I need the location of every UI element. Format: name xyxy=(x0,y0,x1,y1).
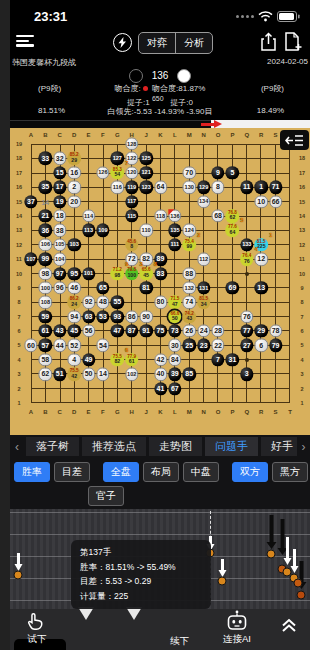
black-stone-J17: 121 xyxy=(139,166,152,179)
black-stone-O4: 7 xyxy=(211,353,224,366)
row-label: 16 xyxy=(299,184,305,190)
col-label: E xyxy=(87,409,91,415)
col-label: P xyxy=(230,409,234,415)
black-stone-N16: 129 xyxy=(197,180,210,193)
black-stone-B13: 36 xyxy=(39,224,52,237)
row-label: 14 xyxy=(16,213,22,219)
ai-suggestion-Q11[interactable]: 76.4764 xyxy=(240,252,254,266)
row-label: 4 xyxy=(300,357,303,363)
black-stone-N5: 23 xyxy=(197,339,210,352)
white-stone-B9: 100 xyxy=(39,281,52,294)
tooltip-move: 第137手 xyxy=(80,547,202,558)
ai-suggestion-D3[interactable]: 75.542 xyxy=(67,367,81,381)
col-label: G xyxy=(115,409,120,415)
white-stone-C12: 105 xyxy=(53,238,66,251)
row-label: 16 xyxy=(16,184,22,190)
black-stone-J6: 91 xyxy=(139,324,152,337)
captured-stone-number: 14 xyxy=(41,198,49,205)
col-label: P xyxy=(230,132,234,138)
white-match-rate: 吻合度:81.87% xyxy=(152,84,205,93)
row-label: 9 xyxy=(300,285,303,291)
move-dot[interactable] xyxy=(267,550,276,559)
move-dot[interactable] xyxy=(14,571,23,580)
col-label: J xyxy=(144,132,147,138)
share-icon[interactable] xyxy=(261,32,276,51)
white-stone-E8: 92 xyxy=(82,296,95,309)
black-stone-Q16: 11 xyxy=(240,180,253,193)
black-stone-J9: 81 xyxy=(139,281,152,294)
white-stone-H3: 102 xyxy=(125,368,138,381)
bottom-bar: 试下 续下 连接AI xyxy=(10,609,310,650)
filter-button[interactable]: 黑方 xyxy=(272,462,308,482)
black-stone-D6: 45 xyxy=(67,324,80,337)
black-stone-E7: 63 xyxy=(82,310,95,323)
tabs-prev-icon[interactable]: ‹ xyxy=(11,440,23,454)
col-label: K xyxy=(158,132,162,138)
loading-dot-icon xyxy=(143,86,148,91)
white-stone-A5: 60 xyxy=(24,339,37,352)
black-stone-C3: 51 xyxy=(53,368,66,381)
white-stone-F3: 14 xyxy=(96,368,109,381)
move-number: 136 xyxy=(152,70,169,81)
tooltip-score: 5.53 -> 0.29 xyxy=(106,576,152,586)
row-label: 19 xyxy=(16,141,22,147)
row-label: 10 xyxy=(16,271,22,277)
row-label: 12 xyxy=(299,242,305,248)
row-label: 5 xyxy=(17,342,20,348)
white-stone-K16: 64 xyxy=(154,180,167,193)
white-rank: (P9段) xyxy=(261,83,284,94)
tab-0[interactable]: 落子树 xyxy=(26,437,79,456)
col-label: L xyxy=(173,132,177,138)
filter-group-1: 全盘布局中盘 xyxy=(103,462,219,482)
connect-ai-button[interactable]: 连接AI xyxy=(223,610,251,646)
col-label: K xyxy=(158,409,162,415)
winrate-bar-black xyxy=(10,120,211,128)
black-stone-Q6: 77 xyxy=(240,324,253,337)
white-stone-D4: 4 xyxy=(67,353,80,366)
black-stone-L2: 67 xyxy=(168,382,181,395)
col-label: G xyxy=(115,132,120,138)
star-point xyxy=(245,358,249,362)
black-stone-K10: 83 xyxy=(154,267,167,280)
col-label: D xyxy=(72,409,76,415)
col-label: D xyxy=(72,132,76,138)
tooltip-visits: 225 xyxy=(114,591,128,601)
white-player-stone-icon xyxy=(177,69,191,83)
white-arrow-icon xyxy=(14,553,23,571)
black-stone-L3: 39 xyxy=(168,368,181,381)
black-stone-F7: 53 xyxy=(96,310,109,323)
col-label: B xyxy=(43,409,47,415)
white-stone-N15: 134 xyxy=(197,195,210,208)
ai-suggestion-P14[interactable]: 76.862 xyxy=(226,209,240,223)
row-label: 3 xyxy=(17,371,20,377)
black-stone-Q12: 133 xyxy=(240,238,253,251)
wifi-icon xyxy=(258,11,273,22)
engine-power-icon[interactable] xyxy=(113,33,132,52)
row-label: 1 xyxy=(17,400,20,406)
black-arrow-icon xyxy=(266,515,277,549)
ai-suggestion-N8[interactable]: 81.534 xyxy=(197,295,211,309)
white-arrow-icon xyxy=(218,559,227,577)
move-dot[interactable] xyxy=(294,579,303,588)
try-move-button[interactable]: 试下 xyxy=(26,610,48,646)
move-dot[interactable] xyxy=(218,577,227,586)
white-stone-S15: 66 xyxy=(269,195,282,208)
white-stone-R5: 6 xyxy=(255,339,268,352)
white-stone-G16: 116 xyxy=(111,180,124,193)
white-stone-B12: 106 xyxy=(39,238,52,251)
row-label: 3 xyxy=(300,371,303,377)
white-stone-H19: 128 xyxy=(125,137,138,150)
black-stone-M5: 25 xyxy=(183,339,196,352)
filter-button[interactable]: 中盘 xyxy=(183,462,219,482)
white-stone-E6: 56 xyxy=(82,324,95,337)
row-label: 10 xyxy=(299,271,305,277)
play-mode-button[interactable]: 对弈 xyxy=(139,33,175,53)
row-label: 6 xyxy=(17,328,20,334)
tab-2[interactable]: 走势图 xyxy=(149,437,202,456)
row-label: 2 xyxy=(300,386,303,392)
game-date: 2024-02-05 xyxy=(267,57,308,68)
clock: 23:31 xyxy=(34,9,67,24)
ai-suggestion-G4[interactable]: 75.5826 xyxy=(111,353,125,367)
ai-suggestion-H12[interactable]: 45.68 xyxy=(125,238,139,252)
black-stone-K2: 41 xyxy=(154,382,167,395)
white-stone-S6: 78 xyxy=(269,324,282,337)
col-label: S xyxy=(274,409,278,415)
row-label: 7 xyxy=(17,314,20,320)
white-stone-J7: 90 xyxy=(139,310,152,323)
board-grid[interactable]: AABBCCDDEEFFGGHHJJKKLLMMNNOOPPQQRRSSTT19… xyxy=(31,144,290,403)
col-label: Q xyxy=(244,409,249,415)
black-stone-H16: 119 xyxy=(125,180,138,193)
black-stone-H6: 87 xyxy=(125,324,138,337)
filter-button[interactable]: 胜率 xyxy=(14,462,50,482)
black-stone-O17: 9 xyxy=(211,166,224,179)
white-stone-C18: 32 xyxy=(53,152,66,165)
row-label: 8 xyxy=(300,299,303,305)
row-label: 18 xyxy=(299,155,305,161)
white-winrate: 18.49% xyxy=(257,106,284,115)
black-player-stone-icon xyxy=(129,69,143,83)
col-label: M xyxy=(187,409,192,415)
black-stone-B14: 21 xyxy=(39,209,52,222)
black-stone-Q5: 27 xyxy=(240,339,253,352)
black-stone-H15: 117 xyxy=(125,195,138,208)
row-label: 7 xyxy=(300,314,303,320)
white-stone-M13: 124 xyxy=(183,224,196,237)
row-label: 4 xyxy=(17,357,20,363)
white-stone-M10: 88 xyxy=(183,267,196,280)
continue-button[interactable]: 续下 xyxy=(170,635,189,648)
black-stone-D12: 103 xyxy=(67,238,80,251)
chevrons-up-icon xyxy=(280,616,298,634)
col-label: N xyxy=(201,409,205,415)
white-stone-K8: 80 xyxy=(154,296,167,309)
col-label: F xyxy=(101,409,105,415)
black-stone-E4: 49 xyxy=(82,353,95,366)
ai-suggestion-H4[interactable]: 77.961 xyxy=(125,353,139,367)
ai-suggestion-P13[interactable]: 77.6645 xyxy=(226,224,240,238)
black-stone-D10: 95 xyxy=(67,267,80,280)
filter-button[interactable]: 目差 xyxy=(54,462,90,482)
ai-suggestion-D8[interactable]: 86.224 xyxy=(67,295,81,309)
black-stone-B6: 61 xyxy=(39,324,52,337)
black-stone-C10: 97 xyxy=(53,267,66,280)
white-stone-M6: 26 xyxy=(183,324,196,337)
black-stone-F13: 109 xyxy=(96,224,109,237)
white-stone-R15: 10 xyxy=(255,195,268,208)
white-stone-O14: 68 xyxy=(211,209,224,222)
row-label: 13 xyxy=(299,227,305,233)
menu-icon[interactable] xyxy=(16,35,34,49)
black-stone-A11: 107 xyxy=(24,252,37,265)
black-stone-J16: 123 xyxy=(139,180,152,193)
bubble-tail-icon xyxy=(126,607,142,620)
col-label: R xyxy=(259,409,263,415)
white-stone-L14: 136 xyxy=(168,209,181,222)
ai-suggestion-L8[interactable]: 71.547 xyxy=(168,295,182,309)
ai-suggestion-H10[interactable]: 79.81003 xyxy=(125,267,139,281)
black-stone-S5: 79 xyxy=(269,339,282,352)
move-dot[interactable] xyxy=(297,591,306,600)
tabs-next-icon[interactable]: › xyxy=(297,435,310,458)
go-board: AABBCCDDEEFFGGHHJJKKLLMMNNOOPPQQRRSSTT19… xyxy=(10,128,310,435)
row-label: 11 xyxy=(16,256,22,262)
captures-row: 提子:1 650 提子:0 xyxy=(10,95,310,106)
black-stone-E13: 113 xyxy=(82,224,95,237)
col-label: O xyxy=(216,132,221,138)
row-label: 1 xyxy=(300,400,303,406)
tab-1[interactable]: 推荐选点 xyxy=(82,437,146,456)
row-label: 14 xyxy=(299,213,305,219)
black-stone-R16: 1 xyxy=(255,180,268,193)
white-stone-B4: 58 xyxy=(39,353,52,366)
white-stone-H17: 120 xyxy=(125,166,138,179)
white-stone-H7: 86 xyxy=(125,310,138,323)
row-label: 12 xyxy=(16,242,22,248)
filter-button[interactable]: 全盘 xyxy=(103,462,139,482)
toolbar: 对弈 分析 xyxy=(10,30,310,57)
winrate-bar-white xyxy=(211,120,310,128)
col-label: A xyxy=(29,132,33,138)
col-label: O xyxy=(216,409,221,415)
col-label: J xyxy=(144,409,147,415)
white-stone-M8: 74 xyxy=(183,296,196,309)
move-tooltip: 第137手 胜率：81.51% -> 55.49% 目差：5.53 -> 0.2… xyxy=(71,540,211,609)
chart-gridline xyxy=(10,512,310,513)
black-stone-J18: 125 xyxy=(139,152,152,165)
white-stone-E14: 114 xyxy=(82,209,95,222)
black-stone-B5: 57 xyxy=(39,339,52,352)
black-stone-L12: 111 xyxy=(168,238,181,251)
row-label: 17 xyxy=(299,170,305,176)
ai-suggestion-M7[interactable]: 74.243 xyxy=(182,310,196,324)
row-label: 17 xyxy=(16,170,22,176)
app-screen: 23:31 对弈 分析 韩国麦馨杯九段战 2024-02-05 xyxy=(10,0,310,650)
black-stone-B11: 99 xyxy=(39,252,52,265)
white-stone-D15: 20 xyxy=(67,195,80,208)
black-stone-L13: 135 xyxy=(168,224,181,237)
ai-suggestion-J10[interactable]: 65.6458 xyxy=(139,267,153,281)
star-point xyxy=(245,272,249,276)
ai-suggestion-D18[interactable]: 85.229 xyxy=(67,152,81,166)
white-stone-Q7: 76 xyxy=(240,310,253,323)
col-label: H xyxy=(130,409,134,415)
col-label: T xyxy=(288,409,292,415)
white-stone-L5: 30 xyxy=(168,339,181,352)
white-stone-F5: 54 xyxy=(96,339,109,352)
ai-suggestion-G17[interactable]: 85.3547 xyxy=(111,166,125,180)
white-stone-K3: 40 xyxy=(154,368,167,381)
white-stone-L4: 84 xyxy=(168,353,181,366)
ai-suggestion-G10[interactable]: 71.2989 xyxy=(111,267,125,281)
black-stone-R6: 29 xyxy=(255,324,268,337)
filter-button[interactable]: 双方 xyxy=(232,462,268,482)
col-label: A xyxy=(29,409,33,415)
white-stone-D5: 52 xyxy=(67,339,80,352)
row-label: 9 xyxy=(17,285,20,291)
black-stone-S16: 71 xyxy=(269,180,282,193)
white-stone-F17: 126 xyxy=(96,166,109,179)
analysis-tabs: ‹ 落子树推荐选点走势图问题手好手› xyxy=(10,435,310,458)
new-document-icon[interactable] xyxy=(285,32,302,51)
white-stone-D7: 94 xyxy=(67,310,80,323)
status-bar: 23:31 xyxy=(10,0,310,30)
black-stone-C15: 19 xyxy=(53,195,66,208)
white-stone-N6: 24 xyxy=(197,324,210,337)
black-stone-L6: 73 xyxy=(168,324,181,337)
col-label: S xyxy=(274,132,278,138)
col-label: F xyxy=(101,132,105,138)
black-stone-P9: 69 xyxy=(226,281,239,294)
event-title: 韩国麦馨杯九段战 xyxy=(12,57,76,68)
winrate-bar xyxy=(10,120,310,128)
row-label: 5 xyxy=(300,342,303,348)
black-stone-B18: 33 xyxy=(39,152,52,165)
white-stone-D16: 2 xyxy=(67,180,80,193)
black-stone-Q3: 3 xyxy=(240,368,253,381)
filter-group-0: 胜率目差 xyxy=(14,462,90,482)
col-label: C xyxy=(58,409,62,415)
white-stone-R11: 12 xyxy=(255,252,268,265)
black-stone-G8: 55 xyxy=(111,296,124,309)
row-label: 2 xyxy=(17,386,20,392)
filter-button[interactable]: 布局 xyxy=(143,462,179,482)
battery-icon xyxy=(277,11,300,22)
white-stone-F8: 48 xyxy=(96,296,109,309)
black-stone-B16: 35 xyxy=(39,180,52,193)
black-stone-F9: 65 xyxy=(96,281,109,294)
col-label: N xyxy=(201,132,205,138)
komi-superscript: 650 xyxy=(152,95,164,102)
white-stone-M17: 70 xyxy=(183,166,196,179)
white-stone-D17: 16 xyxy=(67,166,80,179)
col-label: Q xyxy=(244,132,249,138)
black-stone-G7: 93 xyxy=(111,310,124,323)
black-stone-G18: 127 xyxy=(111,152,124,165)
white-stone-N11: 112 xyxy=(197,252,210,265)
black-stone-C6: 43 xyxy=(53,324,66,337)
white-stone-C11: 104 xyxy=(53,252,66,265)
white-stone-M16: 130 xyxy=(183,180,196,193)
white-stone-C14: 18 xyxy=(53,209,66,222)
white-stone-K4: 42 xyxy=(154,353,167,366)
black-stone-P4: 31 xyxy=(226,353,239,366)
row-label: 15 xyxy=(299,199,305,205)
analyze-mode-button[interactable]: 分析 xyxy=(175,33,212,53)
row-label: 18 xyxy=(16,155,22,161)
white-stone-M9: 132 xyxy=(183,281,196,294)
row-label: 13 xyxy=(16,227,22,233)
board-panel-toggle[interactable] xyxy=(280,130,309,150)
white-stone-C13: 38 xyxy=(53,224,66,237)
black-stone-A15: 37 xyxy=(24,195,37,208)
black-stone-M3: 85 xyxy=(183,368,196,381)
trend-arrow-icon xyxy=(201,120,223,128)
robot-icon xyxy=(225,610,249,632)
black-stone-C16: 17 xyxy=(53,180,66,193)
white-stone-C9: 96 xyxy=(53,281,66,294)
white-stone-O5: 22 xyxy=(211,339,224,352)
row-label: 15 xyxy=(16,199,22,205)
ai-suggestion-L7[interactable]: 66.650 xyxy=(168,310,182,324)
black-stone-P17: 5 xyxy=(226,166,239,179)
white-stone-J13: 110 xyxy=(139,224,152,237)
white-stone-O16: 8 xyxy=(211,180,224,193)
white-stone-K14: 118 xyxy=(154,209,167,222)
white-stone-B10: 98 xyxy=(39,267,52,280)
tooltip-tail-icon xyxy=(78,607,94,620)
row-label: 11 xyxy=(299,256,305,262)
filter-bar: 胜率目差全盘布局中盘双方黑方白方 官子 xyxy=(10,458,310,509)
filter-button[interactable]: 官子 xyxy=(88,486,124,506)
white-stone-B3: 62 xyxy=(39,368,52,381)
row-label: 6 xyxy=(300,328,303,334)
white-stone-B8: 108 xyxy=(39,296,52,309)
black-stone-K6: 75 xyxy=(154,324,167,337)
white-stone-D9: 46 xyxy=(67,281,80,294)
hand-icon xyxy=(26,610,48,632)
row-label: 8 xyxy=(17,299,20,305)
black-stone-N9: 131 xyxy=(197,281,210,294)
col-label: L xyxy=(173,409,177,415)
tab-3[interactable]: 问题手 xyxy=(205,437,258,456)
tooltip-winrate: 81.51% -> 55.49% xyxy=(106,562,176,572)
black-stone-C17: 15 xyxy=(53,166,66,179)
collapse-panel-button[interactable] xyxy=(280,616,298,634)
white-stone-E3: 50 xyxy=(82,368,95,381)
black-stone-G6: 47 xyxy=(111,324,124,337)
white-stone-O6: 28 xyxy=(211,324,224,337)
col-label: R xyxy=(259,132,263,138)
black-stone-R9: 13 xyxy=(255,281,268,294)
cellular-icon xyxy=(236,15,254,18)
last-move-flag-icon xyxy=(168,209,174,215)
black-stone-E10: 101 xyxy=(82,267,95,280)
mode-switch: 对弈 分析 xyxy=(138,32,213,54)
white-stone-C5: 44 xyxy=(53,339,66,352)
filter-group-2: 双方黑方白方 xyxy=(232,462,310,482)
black-stone-B7: 59 xyxy=(39,310,52,323)
col-label: M xyxy=(187,132,192,138)
ai-suggestion-M12[interactable]: 75.4992 xyxy=(182,238,196,252)
col-label: C xyxy=(58,132,62,138)
black-stone-H14: 115 xyxy=(125,209,138,222)
col-label: E xyxy=(87,132,91,138)
